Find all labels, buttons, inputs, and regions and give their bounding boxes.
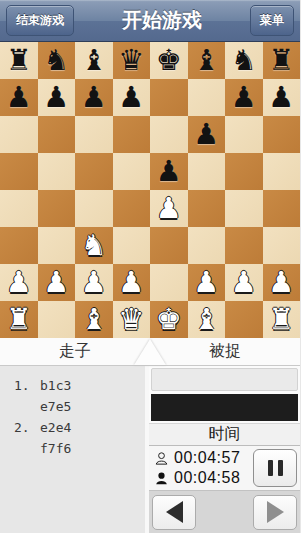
black-bishop: ♝ bbox=[193, 42, 219, 79]
square-e7[interactable] bbox=[150, 79, 188, 116]
square-h8[interactable]: ♜ bbox=[263, 42, 301, 79]
lower-panel: 1.b1c3e7e52.e2e4f7f6 时间 00:04:57 bbox=[0, 366, 300, 533]
square-g2[interactable]: ♟ bbox=[225, 264, 263, 301]
square-d4[interactable] bbox=[113, 190, 151, 227]
black-knight: ♞ bbox=[231, 42, 257, 79]
square-f5[interactable] bbox=[188, 153, 226, 190]
page-title: 开始游戏 bbox=[122, 7, 202, 34]
square-h7[interactable]: ♟ bbox=[263, 79, 301, 116]
tab-notch-triangle bbox=[134, 339, 166, 365]
black-clock-row: 00:04:58 bbox=[154, 468, 253, 488]
square-g7[interactable]: ♟ bbox=[225, 79, 263, 116]
square-a7[interactable]: ♟ bbox=[0, 79, 38, 116]
square-e6[interactable] bbox=[150, 116, 188, 153]
white-rook: ♜ bbox=[6, 301, 32, 338]
square-g5[interactable] bbox=[225, 153, 263, 190]
black-rook: ♜ bbox=[268, 42, 294, 79]
square-d5[interactable] bbox=[113, 153, 151, 190]
white-pawn: ♟ bbox=[268, 264, 294, 301]
white-bishop: ♝ bbox=[193, 301, 219, 338]
white-pawn: ♟ bbox=[156, 190, 182, 227]
square-f2[interactable]: ♟ bbox=[188, 264, 226, 301]
white-bishop: ♝ bbox=[81, 301, 107, 338]
black-pawn: ♟ bbox=[118, 79, 144, 116]
square-e3[interactable] bbox=[150, 227, 188, 264]
black-queen: ♛ bbox=[118, 42, 144, 79]
black-pawn: ♟ bbox=[81, 79, 107, 116]
white-queen: ♛ bbox=[118, 301, 144, 338]
white-clock-row: 00:04:57 bbox=[154, 448, 253, 468]
clock-times: 00:04:57 00:04:58 bbox=[154, 448, 253, 488]
menu-button[interactable]: 菜单 bbox=[250, 5, 294, 36]
square-a2[interactable]: ♟ bbox=[0, 264, 38, 301]
chess-board: ♜♞♝♛♚♝♞♜♟♟♟♟♟♟♟♟♟♞♟♟♟♟♟♟♟♜♝♛♚♝♜ bbox=[0, 42, 300, 338]
square-e5[interactable]: ♟ bbox=[150, 153, 188, 190]
square-d1[interactable]: ♛ bbox=[113, 301, 151, 338]
white-player-icon bbox=[154, 451, 169, 466]
black-pawn: ♟ bbox=[268, 79, 294, 116]
move-list-line: 1.b1c3 bbox=[14, 375, 145, 396]
square-g1[interactable] bbox=[225, 301, 263, 338]
move-nav-row bbox=[149, 491, 300, 533]
white-rook: ♜ bbox=[268, 301, 294, 338]
square-b3[interactable] bbox=[38, 227, 76, 264]
square-b8[interactable]: ♞ bbox=[38, 42, 76, 79]
pause-icon bbox=[278, 460, 283, 476]
square-b2[interactable]: ♟ bbox=[38, 264, 76, 301]
move-list-line: e7e5 bbox=[14, 396, 145, 417]
square-h1[interactable]: ♜ bbox=[263, 301, 301, 338]
square-a8[interactable]: ♜ bbox=[0, 42, 38, 79]
pause-icon bbox=[268, 460, 273, 476]
white-knight: ♞ bbox=[81, 227, 107, 264]
tab-bar: 走子 被捉 bbox=[0, 338, 300, 366]
end-game-button[interactable]: 结束游戏 bbox=[6, 5, 74, 36]
square-h3[interactable] bbox=[263, 227, 301, 264]
square-a6[interactable] bbox=[0, 116, 38, 153]
next-move-button[interactable] bbox=[253, 495, 297, 530]
square-a5[interactable] bbox=[0, 153, 38, 190]
black-pawn: ♟ bbox=[43, 79, 69, 116]
square-g8[interactable]: ♞ bbox=[225, 42, 263, 79]
navigation-bar: 结束游戏 开始游戏 菜单 bbox=[0, 0, 300, 42]
move-list-line: f7f6 bbox=[14, 438, 145, 459]
forward-arrow-icon bbox=[267, 501, 284, 523]
white-pawn: ♟ bbox=[193, 264, 219, 301]
square-a4[interactable] bbox=[0, 190, 38, 227]
white-pawn: ♟ bbox=[43, 264, 69, 301]
black-time: 00:04:58 bbox=[174, 469, 240, 487]
square-g3[interactable] bbox=[225, 227, 263, 264]
square-b5[interactable] bbox=[38, 153, 76, 190]
square-c5[interactable] bbox=[75, 153, 113, 190]
square-c7[interactable]: ♟ bbox=[75, 79, 113, 116]
white-time: 00:04:57 bbox=[174, 449, 240, 467]
square-f4[interactable] bbox=[188, 190, 226, 227]
black-pawn: ♟ bbox=[193, 116, 219, 153]
black-player-icon bbox=[154, 471, 169, 486]
black-king: ♚ bbox=[156, 42, 182, 79]
square-e1[interactable]: ♚ bbox=[150, 301, 188, 338]
right-panel: 时间 00:04:57 00:04:58 bbox=[149, 366, 300, 533]
square-c1[interactable]: ♝ bbox=[75, 301, 113, 338]
black-pawn: ♟ bbox=[231, 79, 257, 116]
square-b1[interactable] bbox=[38, 301, 76, 338]
black-rook: ♜ bbox=[6, 42, 32, 79]
square-h4[interactable] bbox=[263, 190, 301, 227]
square-g4[interactable] bbox=[225, 190, 263, 227]
black-knight: ♞ bbox=[43, 42, 69, 79]
square-g6[interactable] bbox=[225, 116, 263, 153]
square-d7[interactable]: ♟ bbox=[113, 79, 151, 116]
white-pawn: ♟ bbox=[231, 264, 257, 301]
square-e8[interactable]: ♚ bbox=[150, 42, 188, 79]
square-d6[interactable] bbox=[113, 116, 151, 153]
black-pawn: ♟ bbox=[156, 153, 182, 190]
square-f6[interactable]: ♟ bbox=[188, 116, 226, 153]
square-f8[interactable]: ♝ bbox=[188, 42, 226, 79]
square-h5[interactable] bbox=[263, 153, 301, 190]
square-c6[interactable] bbox=[75, 116, 113, 153]
black-bishop: ♝ bbox=[81, 42, 107, 79]
square-b6[interactable] bbox=[38, 116, 76, 153]
move-list-line: 2.e2e4 bbox=[14, 417, 145, 438]
square-b4[interactable] bbox=[38, 190, 76, 227]
white-pawn: ♟ bbox=[81, 264, 107, 301]
captured-black-tray bbox=[151, 394, 298, 421]
tab-captured[interactable]: 被捉 bbox=[150, 338, 300, 365]
pause-button[interactable] bbox=[253, 449, 297, 487]
time-header: 时间 bbox=[149, 423, 300, 446]
square-f3[interactable] bbox=[188, 227, 226, 264]
square-b7[interactable]: ♟ bbox=[38, 79, 76, 116]
square-h2[interactable]: ♟ bbox=[263, 264, 301, 301]
square-a1[interactable]: ♜ bbox=[0, 301, 38, 338]
square-e4[interactable]: ♟ bbox=[150, 190, 188, 227]
square-f7[interactable] bbox=[188, 79, 226, 116]
square-a3[interactable] bbox=[0, 227, 38, 264]
clock-panel: 00:04:57 00:04:58 bbox=[149, 446, 300, 491]
previous-move-button[interactable] bbox=[152, 495, 196, 530]
white-pawn: ♟ bbox=[118, 264, 144, 301]
square-d3[interactable] bbox=[113, 227, 151, 264]
white-king: ♚ bbox=[156, 301, 182, 338]
square-d2[interactable]: ♟ bbox=[113, 264, 151, 301]
square-c2[interactable]: ♟ bbox=[75, 264, 113, 301]
square-d8[interactable]: ♛ bbox=[113, 42, 151, 79]
square-f1[interactable]: ♝ bbox=[188, 301, 226, 338]
captured-white-tray bbox=[151, 368, 298, 391]
square-c3[interactable]: ♞ bbox=[75, 227, 113, 264]
tab-moves[interactable]: 走子 bbox=[0, 338, 150, 365]
square-c4[interactable] bbox=[75, 190, 113, 227]
square-e2[interactable] bbox=[150, 264, 188, 301]
square-c8[interactable]: ♝ bbox=[75, 42, 113, 79]
square-h6[interactable] bbox=[263, 116, 301, 153]
black-pawn: ♟ bbox=[6, 79, 32, 116]
back-arrow-icon bbox=[166, 501, 183, 523]
white-pawn: ♟ bbox=[6, 264, 32, 301]
move-list[interactable]: 1.b1c3e7e52.e2e4f7f6 bbox=[0, 366, 149, 533]
